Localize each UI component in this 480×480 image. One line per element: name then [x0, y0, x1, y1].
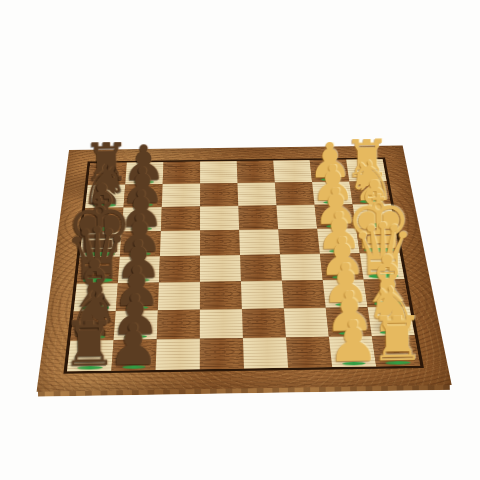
- square-g3[interactable]: [275, 182, 315, 205]
- square-d5[interactable]: [200, 255, 241, 282]
- square-c4[interactable]: [241, 281, 284, 309]
- square-b4[interactable]: [242, 308, 286, 338]
- square-d6[interactable]: [159, 256, 200, 283]
- square-a5[interactable]: [200, 338, 244, 369]
- square-b3[interactable]: [284, 308, 329, 338]
- square-e4[interactable]: [239, 229, 280, 255]
- square-f4[interactable]: [238, 205, 278, 230]
- square-h3[interactable]: [273, 160, 312, 182]
- square-c5[interactable]: [200, 281, 242, 309]
- square-a1[interactable]: ♜: [372, 335, 420, 366]
- square-a6[interactable]: [156, 339, 200, 370]
- board-frame: ♜♟♟♜♞♟♟♞♝♟♟♝♚♟♟♚♛♟♟♛♝♟♟♝♞♟♟♞♜♟♟♜: [37, 146, 452, 392]
- square-g5[interactable]: [200, 183, 238, 206]
- square-c6[interactable]: [158, 282, 200, 310]
- playing-area: ♜♟♟♜♞♟♟♞♝♟♟♝♚♟♟♚♛♟♟♛♝♟♟♝♞♟♟♞♜♟♟♜: [63, 157, 424, 373]
- square-a3[interactable]: [286, 337, 332, 368]
- chessboard: ♜♟♟♜♞♟♟♞♝♟♟♝♚♟♟♚♛♟♟♛♝♟♟♝♞♟♟♞♜♟♟♜: [37, 146, 452, 392]
- square-b5[interactable]: [200, 309, 243, 339]
- square-a4[interactable]: [243, 337, 288, 368]
- square-g6[interactable]: [162, 183, 200, 206]
- square-g4[interactable]: [237, 182, 276, 205]
- square-a8[interactable]: ♜: [67, 340, 114, 371]
- chess-set-photo: ♜♟♟♜♞♟♟♞♝♟♟♝♚♟♟♚♛♟♟♛♝♟♟♝♞♟♟♞♜♟♟♜: [0, 0, 480, 480]
- square-h6[interactable]: [163, 162, 200, 184]
- square-h4[interactable]: [237, 161, 275, 183]
- piece-black-rook[interactable]: ♜: [61, 320, 117, 370]
- square-a7[interactable]: ♟: [111, 339, 156, 370]
- square-e6[interactable]: [160, 230, 200, 256]
- square-b6[interactable]: [157, 310, 200, 340]
- square-e5[interactable]: [200, 230, 240, 256]
- square-f6[interactable]: [161, 206, 200, 231]
- square-h5[interactable]: [200, 161, 237, 183]
- square-d3[interactable]: [280, 254, 323, 281]
- square-c3[interactable]: [282, 280, 326, 308]
- piece-white-rook[interactable]: ♜: [369, 315, 425, 365]
- square-d4[interactable]: [240, 254, 282, 281]
- square-f3[interactable]: [276, 205, 317, 229]
- square-f5[interactable]: [200, 206, 239, 231]
- square-e3[interactable]: [278, 229, 320, 255]
